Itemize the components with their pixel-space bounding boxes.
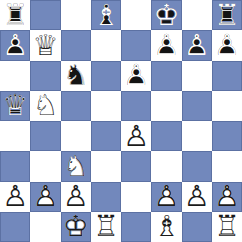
square-f8[interactable]: ♚♔: [151, 0, 181, 30]
piece-white-pawn[interactable]: ♟♙: [212, 182, 242, 212]
square-g5[interactable]: [182, 91, 212, 121]
square-a7[interactable]: ♟♙: [0, 30, 30, 60]
square-d5[interactable]: [91, 91, 121, 121]
square-g4[interactable]: [182, 121, 212, 151]
piece-outline: ♘: [61, 151, 91, 181]
square-e3[interactable]: [121, 151, 151, 181]
square-a2[interactable]: ♟♙: [0, 182, 30, 212]
square-h2[interactable]: ♟♙: [212, 182, 242, 212]
square-d1[interactable]: ♜♖: [91, 212, 121, 242]
square-f3[interactable]: [151, 151, 181, 181]
square-d8[interactable]: ♝♗: [91, 0, 121, 30]
square-c3[interactable]: ♞♘: [61, 151, 91, 181]
square-c5[interactable]: [61, 91, 91, 121]
piece-white-rook[interactable]: ♜♖: [212, 212, 242, 242]
square-b5[interactable]: ♞♘: [30, 91, 60, 121]
piece-black-knight[interactable]: ♞♘: [61, 61, 91, 91]
piece-black-rook[interactable]: ♜♖: [0, 0, 30, 30]
square-e7[interactable]: [121, 30, 151, 60]
square-g3[interactable]: [182, 151, 212, 181]
piece-black-pawn[interactable]: ♟♙: [151, 30, 181, 60]
piece-black-pawn[interactable]: ♟♙: [0, 30, 30, 60]
square-g8[interactable]: [182, 0, 212, 30]
piece-white-rook[interactable]: ♜♖: [91, 212, 121, 242]
piece-white-pawn[interactable]: ♟♙: [30, 182, 60, 212]
square-d7[interactable]: [91, 30, 121, 60]
piece-outline: ♙: [30, 182, 60, 212]
piece-outline: ♕: [0, 91, 30, 121]
square-h7[interactable]: ♟♙: [212, 30, 242, 60]
square-b3[interactable]: [30, 151, 60, 181]
piece-black-rook[interactable]: ♜♖: [212, 0, 242, 30]
square-h5[interactable]: [212, 91, 242, 121]
square-a1[interactable]: [0, 212, 30, 242]
piece-black-pawn[interactable]: ♟♙: [212, 30, 242, 60]
piece-white-bishop[interactable]: ♝♗: [151, 212, 181, 242]
piece-white-pawn[interactable]: ♟♙: [182, 182, 212, 212]
square-g2[interactable]: ♟♙: [182, 182, 212, 212]
piece-outline: ♙: [121, 121, 151, 151]
square-e1[interactable]: [121, 212, 151, 242]
piece-black-bishop[interactable]: ♝♗: [91, 0, 121, 30]
piece-outline: ♙: [0, 30, 30, 60]
piece-outline: ♖: [212, 0, 242, 30]
piece-outline: ♙: [212, 30, 242, 60]
piece-outline: ♙: [61, 182, 91, 212]
square-f5[interactable]: [151, 91, 181, 121]
piece-black-pawn[interactable]: ♟♙: [182, 30, 212, 60]
piece-outline: ♙: [121, 61, 151, 91]
square-c4[interactable]: [61, 121, 91, 151]
piece-outline: ♘: [61, 61, 91, 91]
square-h8[interactable]: ♜♖: [212, 0, 242, 30]
square-d6[interactable]: [91, 61, 121, 91]
chess-board: ♜♖♝♗♚♔♜♖♟♙♛♕♟♙♟♙♟♙♞♘♟♙♛♕♞♘♟♙♞♘♟♙♟♙♟♙♟♙♟♙…: [0, 0, 242, 242]
piece-outline: ♙: [182, 182, 212, 212]
square-f2[interactable]: ♟♙: [151, 182, 181, 212]
piece-white-knight[interactable]: ♞♘: [30, 91, 60, 121]
square-d4[interactable]: [91, 121, 121, 151]
piece-outline: ♔: [61, 212, 91, 242]
square-g1[interactable]: [182, 212, 212, 242]
square-e8[interactable]: [121, 0, 151, 30]
square-a5[interactable]: ♛♕: [0, 91, 30, 121]
piece-outline: ♙: [151, 30, 181, 60]
piece-white-pawn[interactable]: ♟♙: [61, 182, 91, 212]
square-b1[interactable]: [30, 212, 60, 242]
square-g6[interactable]: [182, 61, 212, 91]
piece-black-king[interactable]: ♚♔: [151, 0, 181, 30]
square-e6[interactable]: ♟♙: [121, 61, 151, 91]
square-f1[interactable]: ♝♗: [151, 212, 181, 242]
piece-outline: ♖: [0, 0, 30, 30]
square-f7[interactable]: ♟♙: [151, 30, 181, 60]
square-f6[interactable]: [151, 61, 181, 91]
square-a3[interactable]: [0, 151, 30, 181]
piece-black-pawn[interactable]: ♟♙: [121, 61, 151, 91]
square-h1[interactable]: ♜♖: [212, 212, 242, 242]
piece-outline: ♙: [151, 182, 181, 212]
square-c2[interactable]: ♟♙: [61, 182, 91, 212]
square-e2[interactable]: [121, 182, 151, 212]
piece-black-queen[interactable]: ♛♕: [0, 91, 30, 121]
square-c6[interactable]: ♞♘: [61, 61, 91, 91]
piece-white-king[interactable]: ♚♔: [61, 212, 91, 242]
square-b8[interactable]: [30, 0, 60, 30]
square-a8[interactable]: ♜♖: [0, 0, 30, 30]
piece-white-pawn[interactable]: ♟♙: [0, 182, 30, 212]
square-h3[interactable]: [212, 151, 242, 181]
piece-outline: ♖: [91, 212, 121, 242]
square-h6[interactable]: [212, 61, 242, 91]
piece-outline: ♔: [151, 0, 181, 30]
piece-outline: ♗: [91, 0, 121, 30]
square-e5[interactable]: [121, 91, 151, 121]
square-b2[interactable]: ♟♙: [30, 182, 60, 212]
square-a6[interactable]: [0, 61, 30, 91]
square-c7[interactable]: [61, 30, 91, 60]
square-d3[interactable]: [91, 151, 121, 181]
piece-white-queen[interactable]: ♛♕: [30, 30, 60, 60]
square-g7[interactable]: ♟♙: [182, 30, 212, 60]
piece-outline: ♖: [212, 212, 242, 242]
square-b4[interactable]: [30, 121, 60, 151]
square-a4[interactable]: [0, 121, 30, 151]
piece-outline: ♕: [30, 30, 60, 60]
piece-white-pawn[interactable]: ♟♙: [121, 121, 151, 151]
piece-outline: ♘: [30, 91, 60, 121]
square-c1[interactable]: ♚♔: [61, 212, 91, 242]
square-b7[interactable]: ♛♕: [30, 30, 60, 60]
square-f4[interactable]: [151, 121, 181, 151]
piece-outline: ♙: [0, 182, 30, 212]
piece-white-pawn[interactable]: ♟♙: [151, 182, 181, 212]
piece-outline: ♙: [212, 182, 242, 212]
piece-outline: ♙: [182, 30, 212, 60]
piece-outline: ♗: [151, 212, 181, 242]
square-c8[interactable]: [61, 0, 91, 30]
piece-white-knight[interactable]: ♞♘: [61, 151, 91, 181]
square-e4[interactable]: ♟♙: [121, 121, 151, 151]
square-h4[interactable]: [212, 121, 242, 151]
square-b6[interactable]: [30, 61, 60, 91]
square-d2[interactable]: [91, 182, 121, 212]
